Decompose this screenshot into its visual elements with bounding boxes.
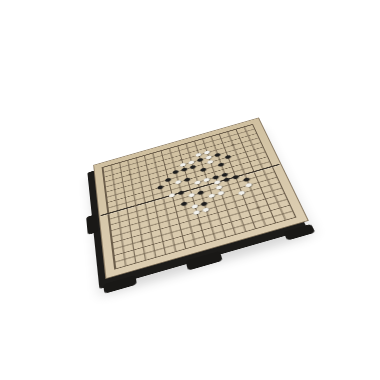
- frame-foot: [86, 214, 98, 235]
- black-stone: ●: [187, 163, 198, 171]
- white-stone: ●: [235, 189, 247, 198]
- star-point: [129, 173, 132, 175]
- black-stone: ●: [195, 188, 206, 197]
- black-stone: ●: [155, 183, 166, 191]
- black-stone: ●: [215, 160, 226, 168]
- black-stone: ●: [181, 175, 192, 183]
- star-point: [134, 204, 137, 207]
- star-point: [198, 223, 202, 226]
- white-stone: ●: [200, 205, 212, 214]
- star-point: [140, 239, 143, 242]
- board-grid: ●●●●●●●●●●●●●●●●●●●●●●●●●●●●●●●●●●●●●●●●: [102, 124, 297, 270]
- black-stone: ●: [229, 173, 241, 181]
- black-stone: ●: [198, 165, 209, 173]
- black-stone: ●: [178, 199, 189, 208]
- star-point: [256, 206, 260, 209]
- white-stone: ●: [215, 188, 227, 197]
- black-stone: ●: [175, 188, 186, 196]
- star-point: [231, 144, 234, 146]
- go-board-product-photo: ●●●●●●●●●●●●●●●●●●●●●●●●●●●●●●●●●●●●●●●●: [0, 0, 380, 380]
